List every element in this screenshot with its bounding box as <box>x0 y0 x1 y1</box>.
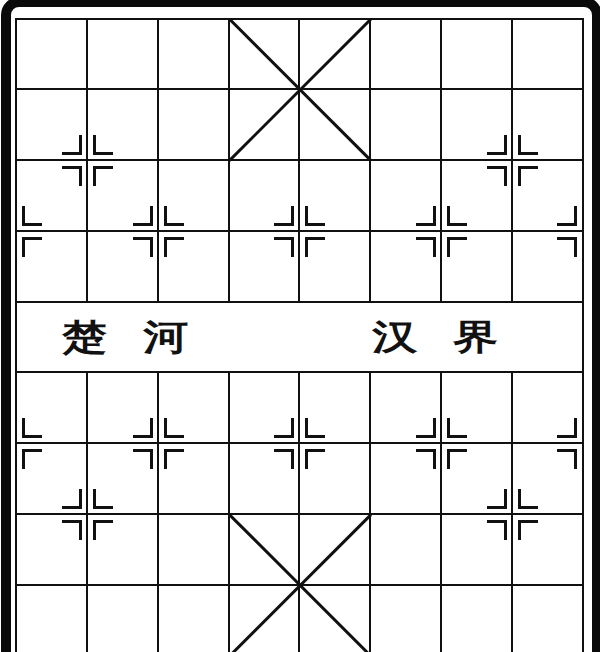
board-cell <box>230 444 301 515</box>
board-cell <box>513 373 584 444</box>
board-cell <box>230 515 301 586</box>
board-cell <box>159 444 230 515</box>
board-cell <box>230 232 301 303</box>
board-cell <box>88 232 159 303</box>
board-cell <box>159 515 230 586</box>
board-cell <box>159 232 230 303</box>
board-cell <box>159 161 230 232</box>
board-cell <box>17 90 88 161</box>
board-cell <box>300 515 371 586</box>
board-cell <box>230 90 301 161</box>
board-cell <box>371 586 442 652</box>
board-cell <box>17 232 88 303</box>
board-cell <box>442 90 513 161</box>
board-cell <box>371 20 442 91</box>
board-cell <box>300 586 371 652</box>
board-cell <box>300 161 371 232</box>
board-cell <box>371 161 442 232</box>
board-cell <box>371 232 442 303</box>
board-cell <box>230 586 301 652</box>
board-cell <box>300 444 371 515</box>
board-cell <box>442 20 513 91</box>
board-cell <box>442 444 513 515</box>
board-cell <box>88 515 159 586</box>
board-cell <box>88 586 159 652</box>
board-cell <box>300 90 371 161</box>
board-cell <box>17 20 88 91</box>
board-cell <box>513 161 584 232</box>
board-cell <box>17 586 88 652</box>
board-cell <box>442 232 513 303</box>
board-cell <box>88 20 159 91</box>
board-cell <box>442 373 513 444</box>
board-cell <box>513 90 584 161</box>
board-cell <box>230 373 301 444</box>
board-cell <box>442 161 513 232</box>
board-cell <box>230 20 301 91</box>
board-cell <box>159 586 230 652</box>
board-cell <box>300 373 371 444</box>
board-cell <box>442 515 513 586</box>
board-cell <box>513 20 584 91</box>
board-cell <box>159 20 230 91</box>
board-cell <box>513 232 584 303</box>
board-cell <box>513 444 584 515</box>
board-cell <box>88 444 159 515</box>
board-cell <box>230 161 301 232</box>
board-cell <box>159 373 230 444</box>
board-cell <box>371 444 442 515</box>
board-cell <box>371 515 442 586</box>
xiangqi-board: 楚河 汉界 <box>15 18 583 652</box>
board-cell <box>300 232 371 303</box>
board-cell <box>17 444 88 515</box>
board-cell <box>88 90 159 161</box>
board-cell <box>300 20 371 91</box>
river-label-han: 汉界 <box>372 319 534 354</box>
board-cell <box>371 90 442 161</box>
board-cell <box>17 161 88 232</box>
board-cell <box>17 515 88 586</box>
board-cell <box>371 373 442 444</box>
board-cell <box>88 373 159 444</box>
board-cell <box>442 586 513 652</box>
board-cell <box>88 161 159 232</box>
river-label-chu: 楚河 <box>62 319 224 354</box>
board-cell <box>17 373 88 444</box>
board-cell <box>513 586 584 652</box>
river-band: 楚河 汉界 <box>17 303 583 374</box>
board-cell <box>513 515 584 586</box>
board-cell <box>159 90 230 161</box>
